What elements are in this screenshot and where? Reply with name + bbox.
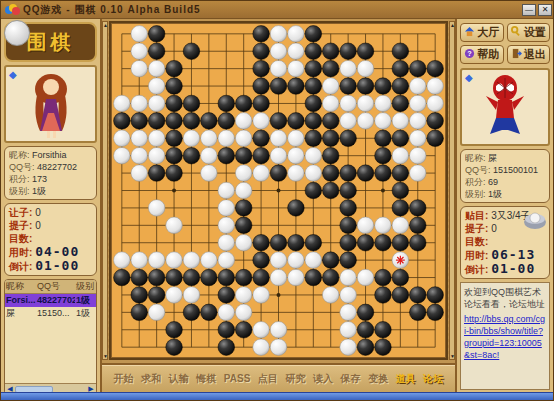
black-stone: [305, 26, 322, 43]
black-stone: [235, 147, 252, 164]
black-stone: [235, 200, 252, 217]
right-time-display: 06-13: [491, 247, 535, 262]
svg-text:?: ?: [468, 49, 473, 58]
player-cell: 1级: [75, 294, 96, 307]
black-stone: [375, 339, 392, 356]
black-stone: [235, 95, 252, 112]
white-stone: [427, 78, 444, 95]
black-stone: [166, 60, 183, 77]
help-icon: ?: [464, 48, 475, 61]
player-cell: 1级: [75, 307, 96, 320]
settings-icon: [511, 26, 522, 39]
white-stone: [201, 252, 218, 269]
lobby-button[interactable]: 大厅: [460, 23, 504, 42]
black-stone: [340, 217, 357, 234]
toolbar-button-6[interactable]: 点目: [258, 372, 278, 386]
black-stone: [375, 234, 392, 251]
black-stone: [183, 269, 200, 286]
white-stone: [340, 287, 357, 304]
toolbar-button-1[interactable]: 开始: [114, 372, 134, 386]
black-stone: [253, 147, 270, 164]
left-countdown-display: 01-00: [35, 258, 79, 273]
black-stone: [218, 339, 235, 356]
white-stone: [270, 26, 287, 43]
white-stone: [357, 113, 374, 130]
white-stone: [270, 269, 287, 286]
white-stone: [235, 287, 252, 304]
white-stone: [235, 234, 252, 251]
white-stone: [357, 95, 374, 112]
left-qq: 48227702: [37, 162, 77, 172]
white-stone: [340, 321, 357, 338]
black-stone: [392, 234, 409, 251]
black-stone: [340, 200, 357, 217]
black-stone: [270, 78, 287, 95]
button-label: 帮助: [477, 47, 499, 62]
white-stone: [148, 95, 165, 112]
black-stone: [148, 113, 165, 130]
player-table-header: 昵称 QQ号 级别: [5, 280, 96, 294]
player-row[interactable]: Forsi...482277021级: [5, 294, 96, 307]
white-stone: [409, 113, 426, 130]
forum-promo: 欢迎到QQ围棋艺术论坛看看，论坛地址 http://bbs.qq.com/cgi…: [460, 282, 550, 390]
white-stone: [148, 304, 165, 321]
white-stone: [235, 182, 252, 199]
button-label: 退出: [524, 47, 546, 62]
settings-button[interactable]: 设置: [507, 23, 551, 42]
black-stone: [357, 304, 374, 321]
left-handicap: 0: [35, 207, 41, 218]
white-stone: [131, 26, 148, 43]
white-stone: [235, 113, 252, 130]
white-stone: [375, 95, 392, 112]
black-stone: [288, 200, 305, 217]
white-stone: [218, 182, 235, 199]
left-player-info: 昵称: Forsithia QQ号: 48227702 积分: 173 级别: …: [4, 146, 97, 200]
black-stone: [427, 113, 444, 130]
white-stone: [392, 217, 409, 234]
white-stone: [148, 78, 165, 95]
black-stone: [218, 95, 235, 112]
black-stone: [270, 113, 287, 130]
right-game-stats: 贴目: 3又3/4子 提子: 0 目数: 用时: 06-13 倒计: 01-00: [460, 206, 550, 279]
white-stone: [409, 147, 426, 164]
stone-bowl-icon: [523, 210, 547, 230]
black-stone: [305, 234, 322, 251]
game-toolbar: 开始求和认输悔棋PASS点目研究读入保存变换道具论坛: [102, 363, 455, 392]
white-stone: [409, 165, 426, 182]
right-score: 69: [488, 177, 498, 187]
white-stone: [218, 252, 235, 269]
exit-button[interactable]: 退出: [507, 45, 551, 64]
white-stone: [253, 321, 270, 338]
black-stone: [148, 43, 165, 60]
black-stone: [392, 95, 409, 112]
black-stone: [322, 147, 339, 164]
white-stone: [288, 147, 305, 164]
diamond-icon: ◆: [9, 70, 17, 80]
white-stone: [235, 165, 252, 182]
black-stone: [305, 43, 322, 60]
black-stone: [131, 269, 148, 286]
black-stone: [427, 130, 444, 147]
white-stone: [375, 113, 392, 130]
white-stone: [235, 130, 252, 147]
white-stone: [131, 43, 148, 60]
minimize-button[interactable]: —: [522, 4, 536, 16]
lobby-icon: [464, 26, 475, 39]
button-label: 大厅: [477, 25, 499, 40]
toolbar-button-highlight-2[interactable]: 论坛: [423, 372, 443, 386]
black-stone: [235, 269, 252, 286]
black-stone: [235, 217, 252, 234]
white-stone: [340, 95, 357, 112]
left-rank: 1级: [32, 186, 46, 196]
black-stone: [253, 252, 270, 269]
right-countdown-display: 01-00: [491, 261, 535, 276]
toolbar-button-8[interactable]: 读入: [313, 372, 333, 386]
board-area: ▲▼ ▲▼ 开始求和认输悔棋PASS点目研究读入保存变换道具论坛: [102, 19, 455, 392]
black-stone: [340, 234, 357, 251]
black-stone: [305, 95, 322, 112]
toolbar-button-5[interactable]: PASS: [224, 373, 251, 384]
black-stone: [340, 78, 357, 95]
black-stone: [131, 304, 148, 321]
white-stone: [340, 269, 357, 286]
black-stone: [183, 304, 200, 321]
white-stone: [409, 130, 426, 147]
white-stone: [183, 252, 200, 269]
toolbar-button-2[interactable]: 求和: [141, 372, 161, 386]
white-stone: [270, 252, 287, 269]
player-row[interactable]: 屎15150...1级: [5, 307, 96, 320]
black-stone: [357, 234, 374, 251]
black-stone: [340, 182, 357, 199]
black-stone: [427, 287, 444, 304]
black-stone: [427, 60, 444, 77]
diamond-icon: ◆: [465, 73, 473, 83]
black-stone: [253, 130, 270, 147]
white-stone: [183, 130, 200, 147]
black-stone: [322, 130, 339, 147]
right-player-avatar: ◆: [460, 68, 550, 146]
right-qq: 151500101: [493, 165, 538, 175]
black-stone: [183, 95, 200, 112]
white-stone: [340, 339, 357, 356]
white-stone: [305, 165, 322, 182]
app-window: QQ游戏 - 围棋 0.10 Alpha Build5 — ✕ 围棋 ◆: [0, 0, 554, 401]
black-stone: [148, 165, 165, 182]
white-stone: [183, 287, 200, 304]
player-cell: Forsi...: [5, 294, 36, 307]
toolbar-button-3[interactable]: 认输: [169, 372, 189, 386]
black-stone: [305, 113, 322, 130]
black-stone: [253, 60, 270, 77]
white-stone: [148, 147, 165, 164]
toolbar-button-9[interactable]: 保存: [341, 372, 361, 386]
white-stone: [131, 95, 148, 112]
white-stone: [148, 200, 165, 217]
black-stone: [218, 321, 235, 338]
black-stone: [392, 60, 409, 77]
forum-link[interactable]: http://bbs.qq.com/cgi-bin/bbs/show/title…: [464, 313, 546, 361]
white-stone: [235, 304, 252, 321]
black-stone: [340, 252, 357, 269]
black-stone: [392, 165, 409, 182]
white-stone: [114, 130, 131, 147]
black-stone: [375, 321, 392, 338]
white-stone: [166, 287, 183, 304]
system-buttons: 大厅设置?帮助退出: [460, 23, 550, 64]
black-stone: [218, 287, 235, 304]
black-stone: [322, 182, 339, 199]
board-zone: ▲▼ ▲▼: [102, 19, 455, 363]
black-stone: [288, 78, 305, 95]
black-stone: [148, 287, 165, 304]
left-player-avatar: ◆: [4, 65, 97, 143]
black-stone: [305, 78, 322, 95]
white-stone: [270, 321, 287, 338]
left-score: 173: [32, 174, 47, 184]
black-stone: [253, 95, 270, 112]
black-stone: [357, 78, 374, 95]
black-stone: [322, 113, 339, 130]
window-bottom-border: [1, 392, 553, 400]
black-stone: [166, 147, 183, 164]
white-stone: [148, 252, 165, 269]
white-stone: [322, 78, 339, 95]
black-stone: [183, 113, 200, 130]
black-stone: [131, 287, 148, 304]
right-captures: 0: [491, 223, 497, 234]
black-stone: [409, 217, 426, 234]
white-stone: [148, 60, 165, 77]
white-stone: [340, 60, 357, 77]
black-stone: [305, 130, 322, 147]
white-stone: [201, 130, 218, 147]
left-game-stats: 让子: 0 提子: 0 目数: 用时: 04-00 倒计: 01-00: [4, 203, 97, 276]
white-stone: [270, 147, 287, 164]
toolbar-button-10[interactable]: 变换: [368, 372, 388, 386]
white-stone: [409, 78, 426, 95]
scroll-up-icon: ▲: [103, 22, 107, 28]
white-stone: [357, 60, 374, 77]
left-time-display: 04-00: [35, 244, 79, 259]
black-stone: [218, 113, 235, 130]
black-stone: [409, 287, 426, 304]
title-bar: QQ游戏 - 围棋 0.10 Alpha Build5 — ✕: [1, 1, 554, 19]
white-stone: [218, 130, 235, 147]
black-stone: [375, 165, 392, 182]
black-stone: [288, 234, 305, 251]
white-stone: [392, 113, 409, 130]
white-stone: [340, 113, 357, 130]
black-stone: [166, 165, 183, 182]
scroll-down-icon: ▼: [450, 353, 454, 359]
toolbar-button-4[interactable]: 悔棋: [196, 372, 216, 386]
white-stone: [201, 165, 218, 182]
black-stone: [148, 269, 165, 286]
black-stone: [305, 182, 322, 199]
player-cell: 屎: [5, 307, 36, 320]
go-board[interactable]: [111, 23, 446, 358]
black-stone: [340, 43, 357, 60]
black-stone: [166, 78, 183, 95]
left-nick: Forsithia: [32, 150, 67, 160]
white-stone: [392, 147, 409, 164]
window-title: QQ游戏 - 围棋 0.10 Alpha Build5: [23, 3, 201, 17]
black-stone: [288, 113, 305, 130]
black-stone: [201, 113, 218, 130]
black-stone: [322, 252, 339, 269]
last-move-mark: [396, 256, 405, 265]
black-stone: [340, 130, 357, 147]
white-stone: [131, 165, 148, 182]
black-stone: [201, 304, 218, 321]
white-stone: [253, 287, 270, 304]
black-stone: [375, 130, 392, 147]
white-stone: [270, 43, 287, 60]
white-stone: [288, 60, 305, 77]
black-stone: [392, 269, 409, 286]
black-stone: [183, 43, 200, 60]
white-stone: [166, 252, 183, 269]
black-stone: [392, 182, 409, 199]
right-nick: 屎: [488, 153, 497, 163]
spiderman-avatar-image: [474, 72, 536, 142]
help-button[interactable]: ?帮助: [460, 45, 504, 64]
black-stone: [392, 43, 409, 60]
white-stone: [131, 60, 148, 77]
white-stone: [201, 147, 218, 164]
forum-welcome-text: 欢迎到QQ围棋艺术论坛看看，论坛地址: [464, 287, 545, 309]
black-stone: [270, 234, 287, 251]
white-stone: [114, 252, 131, 269]
black-stone: [375, 269, 392, 286]
player-list-table: 昵称 QQ号 级别 Forsi...482277021级屎15150...1级 …: [4, 279, 97, 395]
go-stone-icon: [4, 20, 30, 46]
black-stone: [235, 321, 252, 338]
black-stone: [166, 95, 183, 112]
white-stone: [288, 252, 305, 269]
black-stone: [114, 113, 131, 130]
right-rank: 1级: [488, 189, 502, 199]
white-stone: [131, 252, 148, 269]
left-captures: 0: [35, 220, 41, 231]
white-stone: [114, 95, 131, 112]
qq-game-logo-icon: [5, 4, 19, 16]
white-stone: [375, 217, 392, 234]
white-stone: [148, 130, 165, 147]
white-stone: [253, 165, 270, 182]
black-stone: [253, 43, 270, 60]
black-stone: [148, 26, 165, 43]
black-stone: [357, 165, 374, 182]
white-stone: [166, 217, 183, 234]
right-player-info: 昵称: 屎 QQ号: 151500101 积分: 69 级别: 1级: [460, 149, 550, 203]
black-stone: [322, 165, 339, 182]
black-stone: [409, 304, 426, 321]
button-label: 设置: [524, 25, 546, 40]
white-stone: [305, 252, 322, 269]
black-stone: [375, 147, 392, 164]
white-stone: [131, 147, 148, 164]
black-stone: [218, 269, 235, 286]
white-stone: [218, 234, 235, 251]
girl-avatar-image: [20, 69, 82, 139]
exit-icon: [511, 48, 522, 61]
black-stone: [340, 165, 357, 182]
white-stone: [357, 217, 374, 234]
toolbar-button-highlight-1[interactable]: 道具: [396, 372, 416, 386]
white-stone: [288, 165, 305, 182]
black-stone: [375, 287, 392, 304]
black-stone: [270, 165, 287, 182]
close-button[interactable]: ✕: [538, 4, 552, 16]
white-stone: [270, 130, 287, 147]
black-stone: [253, 234, 270, 251]
black-stone: [166, 130, 183, 147]
go-board-frame: [109, 21, 448, 360]
white-stone: [357, 269, 374, 286]
black-stone: [322, 269, 339, 286]
white-stone: [288, 26, 305, 43]
black-stone: [392, 200, 409, 217]
black-stone: [183, 147, 200, 164]
black-stone: [201, 269, 218, 286]
black-stone: [322, 43, 339, 60]
black-stone: [409, 200, 426, 217]
black-stone: [253, 269, 270, 286]
black-stone: [392, 78, 409, 95]
white-stone: [322, 287, 339, 304]
black-stone: [166, 113, 183, 130]
black-stone: [375, 78, 392, 95]
black-stone: [427, 304, 444, 321]
player-cell: 15150...: [36, 307, 75, 320]
white-stone: [218, 304, 235, 321]
white-stone: [131, 130, 148, 147]
left-player-panel: 围棋 ◆ 昵称: Forsithia QQ号: 48227702 积分: 173…: [1, 19, 102, 392]
black-stone: [114, 269, 131, 286]
white-stone: [270, 339, 287, 356]
black-stone: [392, 287, 409, 304]
white-stone: [288, 130, 305, 147]
left-board-strip[interactable]: ▲▼: [102, 21, 108, 360]
black-stone: [357, 43, 374, 60]
black-stone: [357, 339, 374, 356]
black-stone: [305, 269, 322, 286]
white-stone: [218, 200, 235, 217]
white-stone: [288, 43, 305, 60]
black-stone: [166, 321, 183, 338]
player-cell: 48227702: [36, 294, 75, 307]
black-stone: [166, 269, 183, 286]
weiqi-logo: 围棋: [4, 22, 97, 62]
black-stone: [253, 78, 270, 95]
white-stone: [270, 60, 287, 77]
white-stone: [114, 147, 131, 164]
white-stone: [340, 304, 357, 321]
toolbar-button-7[interactable]: 研究: [285, 372, 305, 386]
white-stone: [305, 147, 322, 164]
black-stone: [409, 60, 426, 77]
white-stone: [409, 95, 426, 112]
scroll-down-icon: ▼: [103, 353, 107, 359]
black-stone: [131, 113, 148, 130]
white-stone: [322, 95, 339, 112]
white-stone: [427, 95, 444, 112]
